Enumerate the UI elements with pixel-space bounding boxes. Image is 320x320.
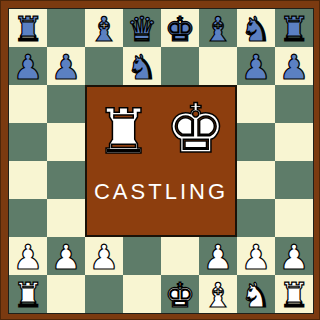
square-c8: ♝ [85, 9, 123, 47]
white-rook: ♜ [275, 275, 313, 313]
square-f1: ♝ [199, 275, 237, 313]
castling-overlay: ♜ ♚ CASTLING [85, 85, 237, 237]
black-knight: ♞ [237, 9, 275, 47]
white-pawn: ♟ [47, 237, 85, 275]
square-h4 [275, 161, 313, 199]
square-b6 [47, 85, 85, 123]
black-pawn: ♟ [237, 47, 275, 85]
castling-title: CASTLING [94, 179, 228, 205]
square-d8: ♛ [123, 9, 161, 47]
square-g3 [237, 199, 275, 237]
black-king: ♚ [161, 9, 199, 47]
black-bishop: ♝ [85, 9, 123, 47]
black-queen: ♛ [123, 9, 161, 47]
black-pawn: ♟ [9, 47, 47, 85]
black-bishop: ♝ [199, 9, 237, 47]
white-king-icon: ♚ [165, 95, 226, 163]
square-f8: ♝ [199, 9, 237, 47]
square-h7: ♟ [275, 47, 313, 85]
square-g6 [237, 85, 275, 123]
square-f2: ♟ [199, 237, 237, 275]
black-pawn: ♟ [47, 47, 85, 85]
square-a5 [9, 123, 47, 161]
square-g5 [237, 123, 275, 161]
square-e8: ♚ [161, 9, 199, 47]
black-knight: ♞ [123, 47, 161, 85]
white-knight: ♞ [237, 275, 275, 313]
square-b4 [47, 161, 85, 199]
square-a8: ♜ [9, 9, 47, 47]
square-a4 [9, 161, 47, 199]
square-b8 [47, 9, 85, 47]
white-king: ♚ [161, 275, 199, 313]
white-pawn: ♟ [9, 237, 47, 275]
black-pawn: ♟ [275, 47, 313, 85]
square-g1: ♞ [237, 275, 275, 313]
square-h1: ♜ [275, 275, 313, 313]
square-b1 [47, 275, 85, 313]
square-h6 [275, 85, 313, 123]
square-h5 [275, 123, 313, 161]
square-e7 [161, 47, 199, 85]
white-pawn: ♟ [199, 237, 237, 275]
square-b3 [47, 199, 85, 237]
white-rook: ♜ [9, 275, 47, 313]
square-d1 [123, 275, 161, 313]
black-rook: ♜ [275, 9, 313, 47]
white-rook-icon: ♜ [96, 101, 152, 163]
square-g4 [237, 161, 275, 199]
white-pawn: ♟ [275, 237, 313, 275]
square-c1 [85, 275, 123, 313]
square-c2: ♟ [85, 237, 123, 275]
castling-lesson-card: ♜♝♛♚♝♞♜♟♟♞♟♟♟♟♟♟♟♟♜♚♝♞♜ ♜ ♚ CASTLING [0, 0, 320, 320]
square-d7: ♞ [123, 47, 161, 85]
square-b5 [47, 123, 85, 161]
square-e1: ♚ [161, 275, 199, 313]
square-h8: ♜ [275, 9, 313, 47]
square-a7: ♟ [9, 47, 47, 85]
square-g7: ♟ [237, 47, 275, 85]
square-a3 [9, 199, 47, 237]
square-f7 [199, 47, 237, 85]
white-pawn: ♟ [85, 237, 123, 275]
square-a1: ♜ [9, 275, 47, 313]
black-rook: ♜ [9, 9, 47, 47]
square-a2: ♟ [9, 237, 47, 275]
square-c7 [85, 47, 123, 85]
square-h2: ♟ [275, 237, 313, 275]
white-bishop: ♝ [199, 275, 237, 313]
square-b7: ♟ [47, 47, 85, 85]
square-d2 [123, 237, 161, 275]
square-b2: ♟ [47, 237, 85, 275]
white-pawn: ♟ [237, 237, 275, 275]
overlay-piece-icons: ♜ ♚ [96, 91, 227, 163]
square-h3 [275, 199, 313, 237]
square-g8: ♞ [237, 9, 275, 47]
square-g2: ♟ [237, 237, 275, 275]
square-e2 [161, 237, 199, 275]
square-a6 [9, 85, 47, 123]
